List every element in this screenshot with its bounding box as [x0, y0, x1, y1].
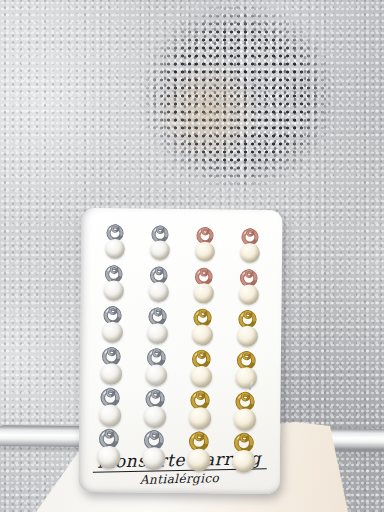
product-photo: Monsurte Earring Antialérgico: [0, 0, 384, 512]
earring-stud: [188, 305, 215, 351]
pearl: [236, 326, 257, 347]
pearl: [188, 407, 211, 430]
pearl: [101, 322, 122, 343]
earring-stud: [191, 224, 216, 267]
earring-stud: [145, 263, 171, 308]
pearl: [186, 448, 209, 471]
earring-stud: [183, 428, 213, 478]
pearl: [192, 283, 213, 304]
pearl: [233, 408, 256, 431]
pearl: [234, 367, 256, 389]
earring-stud: [102, 221, 127, 264]
earring-stud: [100, 262, 126, 307]
earring-stud: [98, 303, 125, 349]
earring-stud: [190, 265, 216, 310]
earring-card: Monsurte Earring Antialérgico: [79, 208, 283, 494]
pearl: [231, 450, 254, 473]
pearl: [146, 323, 167, 344]
pearl: [239, 243, 259, 263]
earring-stud: [236, 225, 261, 268]
pearl: [149, 240, 169, 260]
earring-grid: [85, 220, 272, 471]
pearl: [189, 366, 211, 388]
pearl: [194, 241, 214, 261]
pearl: [99, 363, 121, 385]
pearl: [98, 404, 121, 427]
pearl: [141, 447, 164, 470]
pearl: [144, 364, 166, 386]
pearl: [237, 284, 258, 305]
earring-stud: [143, 304, 170, 350]
pearl: [147, 281, 168, 302]
pearl: [191, 324, 212, 345]
pearl: [143, 406, 166, 429]
warm-reflection: [158, 52, 258, 172]
earring-stud: [138, 426, 168, 476]
earring-stud: [146, 222, 171, 265]
pearl: [96, 446, 119, 469]
pearl: [102, 280, 123, 301]
pearl: [104, 239, 124, 259]
earring-stud: [228, 429, 258, 479]
earring-stud: [233, 307, 260, 353]
earring-stud: [235, 266, 261, 311]
earring-stud: [93, 425, 123, 475]
